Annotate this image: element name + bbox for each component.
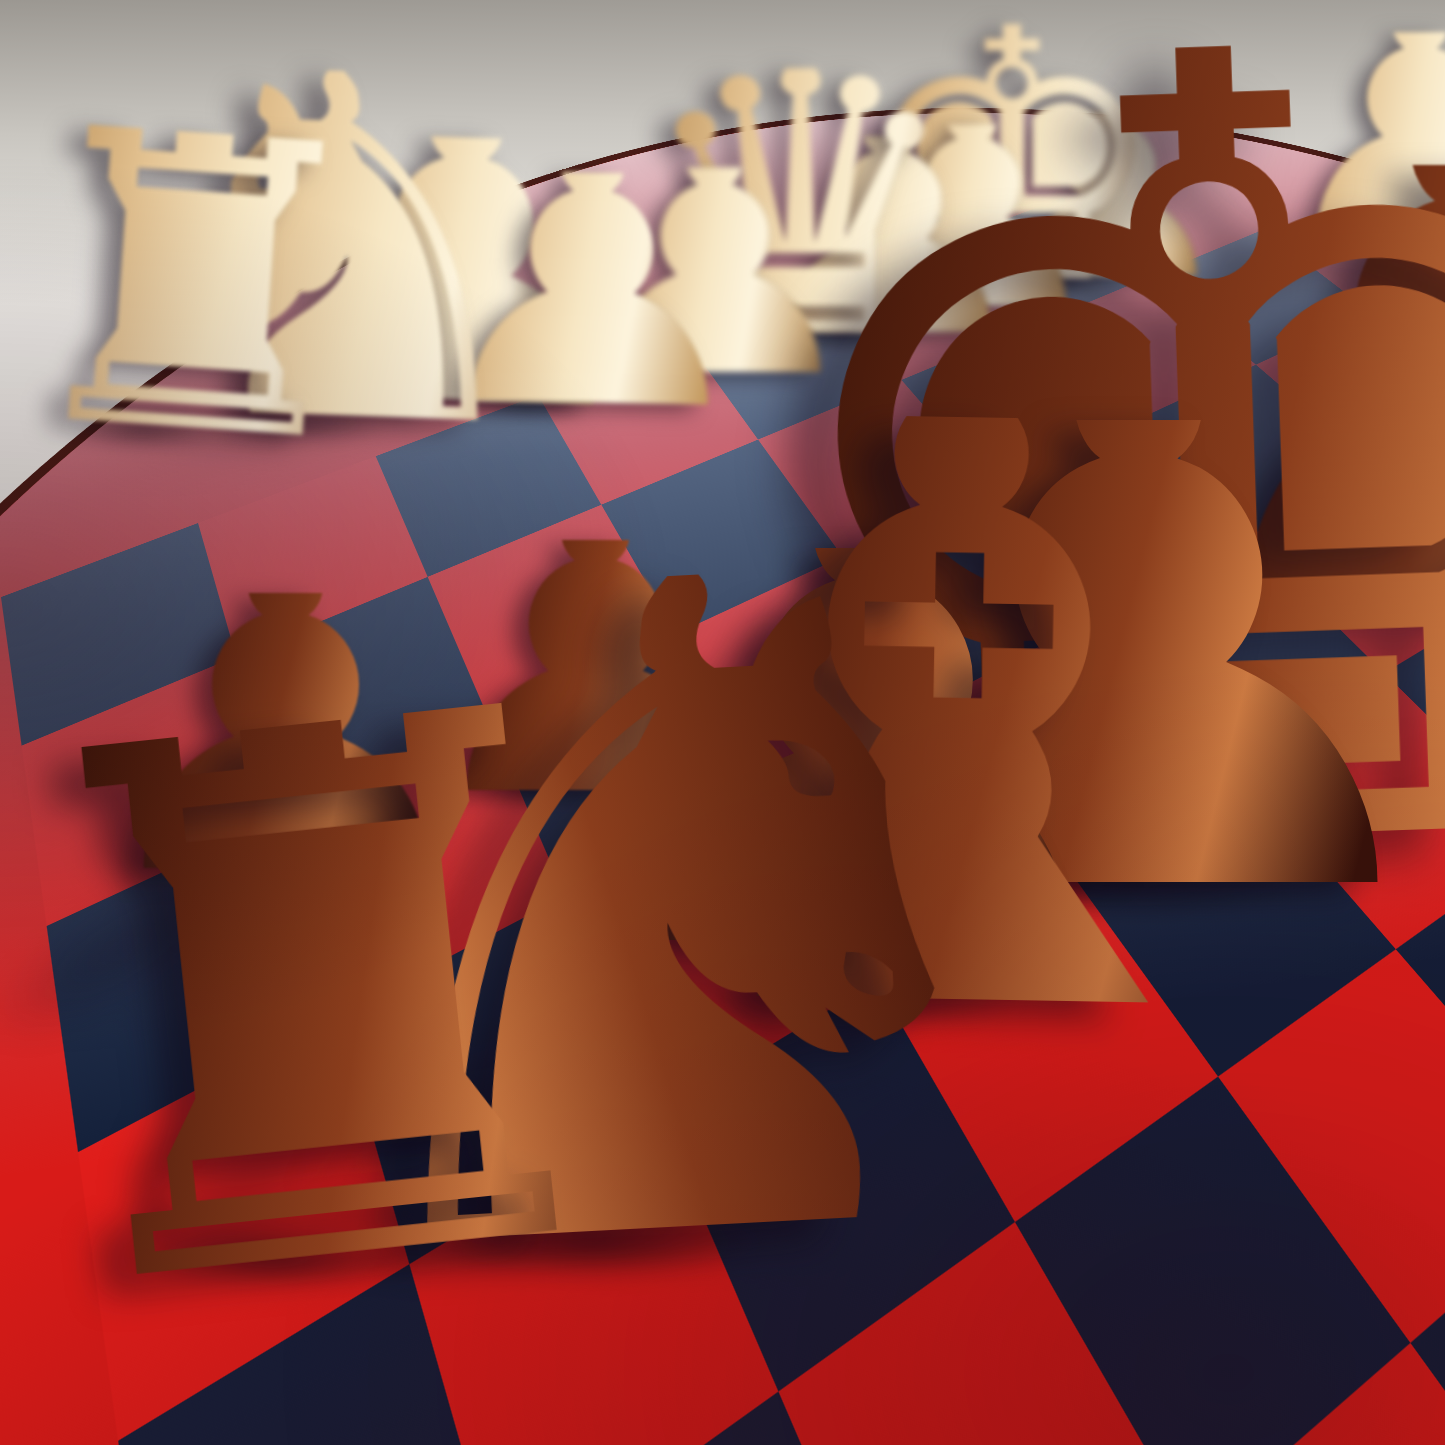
photo-scene: ♟♟♚♟♟♛♟♟♟♞♜♟♟♟♚♟♟♝♞♜ — [0, 0, 1445, 1445]
dark-r-glyph: ♜ — [0, 688, 697, 1298]
pieces-layer: ♟♟♚♟♟♛♟♟♟♞♜♟♟♟♚♟♟♝♞♜ — [0, 0, 1445, 1445]
light-r-glyph: ♜ — [0, 119, 400, 445]
white-rook-a1[interactable]: ♜ — [0, 119, 400, 445]
black-rook-a8[interactable]: ♜ — [0, 688, 697, 1298]
